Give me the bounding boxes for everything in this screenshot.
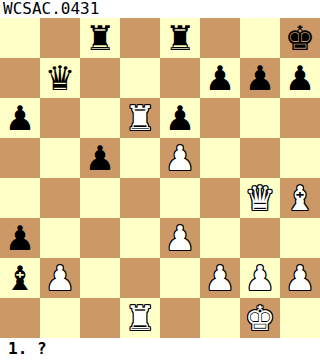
square-a6[interactable]: ♟	[0, 98, 40, 138]
puzzle-title: WCSAC.0431	[3, 0, 99, 18]
square-a5[interactable]	[0, 138, 40, 178]
white-pawn-icon[interactable]: ♟	[165, 218, 195, 258]
white-pawn-icon[interactable]: ♟	[45, 258, 75, 298]
square-h8[interactable]: ♚	[280, 18, 320, 58]
square-h6[interactable]	[280, 98, 320, 138]
square-g8[interactable]	[240, 18, 280, 58]
square-f8[interactable]	[200, 18, 240, 58]
black-bishop-icon[interactable]: ♝	[5, 258, 35, 298]
square-a4[interactable]	[0, 178, 40, 218]
square-h5[interactable]	[280, 138, 320, 178]
square-b6[interactable]	[40, 98, 80, 138]
white-rook-icon[interactable]: ♜	[125, 298, 155, 338]
square-b3[interactable]	[40, 218, 80, 258]
black-pawn-icon[interactable]: ♟	[5, 218, 35, 258]
square-a7[interactable]	[0, 58, 40, 98]
black-queen-icon[interactable]: ♛	[45, 58, 75, 98]
square-g2[interactable]: ♟	[240, 258, 280, 298]
square-c5[interactable]: ♟	[80, 138, 120, 178]
square-f5[interactable]	[200, 138, 240, 178]
black-pawn-icon[interactable]: ♟	[205, 58, 235, 98]
square-d3[interactable]	[120, 218, 160, 258]
square-g6[interactable]	[240, 98, 280, 138]
black-rook-icon[interactable]: ♜	[85, 18, 115, 58]
black-king-icon[interactable]: ♚	[285, 18, 315, 58]
white-pawn-icon[interactable]: ♟	[285, 258, 315, 298]
square-e1[interactable]	[160, 298, 200, 338]
square-h3[interactable]	[280, 218, 320, 258]
square-d7[interactable]	[120, 58, 160, 98]
white-pawn-icon[interactable]: ♟	[245, 258, 275, 298]
square-e4[interactable]	[160, 178, 200, 218]
square-e6[interactable]: ♟	[160, 98, 200, 138]
white-pawn-icon[interactable]: ♟	[165, 138, 195, 178]
square-c2[interactable]	[80, 258, 120, 298]
square-e7[interactable]	[160, 58, 200, 98]
white-pawn-icon[interactable]: ♟	[205, 258, 235, 298]
square-e3[interactable]: ♟	[160, 218, 200, 258]
black-pawn-icon[interactable]: ♟	[85, 138, 115, 178]
square-f1[interactable]	[200, 298, 240, 338]
white-queen-icon[interactable]: ♛	[245, 178, 275, 218]
square-h7[interactable]: ♟	[280, 58, 320, 98]
white-rook-icon[interactable]: ♜	[125, 98, 155, 138]
square-d1[interactable]: ♜	[120, 298, 160, 338]
square-e5[interactable]: ♟	[160, 138, 200, 178]
square-h2[interactable]: ♟	[280, 258, 320, 298]
square-c1[interactable]	[80, 298, 120, 338]
square-b8[interactable]	[40, 18, 80, 58]
square-b2[interactable]: ♟	[40, 258, 80, 298]
square-d5[interactable]	[120, 138, 160, 178]
square-a1[interactable]	[0, 298, 40, 338]
square-a2[interactable]: ♝	[0, 258, 40, 298]
black-pawn-icon[interactable]: ♟	[245, 58, 275, 98]
square-f6[interactable]	[200, 98, 240, 138]
square-d6[interactable]: ♜	[120, 98, 160, 138]
chess-board: ♜♜♚♛♟♟♟♟♜♟♟♟♛♝♟♟♝♟♟♟♟♜♚	[0, 18, 320, 338]
square-f2[interactable]: ♟	[200, 258, 240, 298]
square-h4[interactable]: ♝	[280, 178, 320, 218]
square-g5[interactable]	[240, 138, 280, 178]
move-prompt: 1. ?	[8, 338, 47, 360]
black-pawn-icon[interactable]: ♟	[285, 58, 315, 98]
square-h1[interactable]	[280, 298, 320, 338]
white-bishop-icon[interactable]: ♝	[285, 178, 315, 218]
square-c8[interactable]: ♜	[80, 18, 120, 58]
square-b4[interactable]	[40, 178, 80, 218]
square-c4[interactable]	[80, 178, 120, 218]
square-d4[interactable]	[120, 178, 160, 218]
square-b5[interactable]	[40, 138, 80, 178]
square-f7[interactable]: ♟	[200, 58, 240, 98]
square-b1[interactable]	[40, 298, 80, 338]
black-pawn-icon[interactable]: ♟	[5, 98, 35, 138]
black-rook-icon[interactable]: ♜	[165, 18, 195, 58]
square-b7[interactable]: ♛	[40, 58, 80, 98]
square-g7[interactable]: ♟	[240, 58, 280, 98]
square-d8[interactable]	[120, 18, 160, 58]
square-e8[interactable]: ♜	[160, 18, 200, 58]
square-f3[interactable]	[200, 218, 240, 258]
square-g3[interactable]	[240, 218, 280, 258]
square-a3[interactable]: ♟	[0, 218, 40, 258]
square-c7[interactable]	[80, 58, 120, 98]
black-pawn-icon[interactable]: ♟	[165, 98, 195, 138]
square-d2[interactable]	[120, 258, 160, 298]
white-king-icon[interactable]: ♚	[245, 298, 275, 338]
square-c3[interactable]	[80, 218, 120, 258]
square-g4[interactable]: ♛	[240, 178, 280, 218]
square-c6[interactable]	[80, 98, 120, 138]
square-f4[interactable]	[200, 178, 240, 218]
square-a8[interactable]	[0, 18, 40, 58]
square-e2[interactable]	[160, 258, 200, 298]
square-g1[interactable]: ♚	[240, 298, 280, 338]
